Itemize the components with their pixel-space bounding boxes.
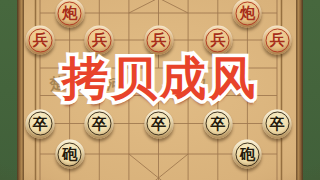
river-label-he: 河 — [106, 75, 123, 95]
piece-character: 卒 — [33, 116, 48, 131]
piece-character: 炮 — [62, 6, 77, 21]
piece-red-soldier[interactable]: 兵 — [26, 26, 55, 55]
piece-character: 砲 — [62, 147, 77, 162]
board-wood-edge-right — [296, 0, 303, 180]
xiangqi-board[interactable]: 楚 河 汉 界 炮炮兵兵兵兵兵卒卒卒卒卒砲砲 — [24, 0, 296, 180]
piece-black-soldier[interactable]: 卒 — [26, 109, 55, 138]
piece-black-soldier[interactable]: 卒 — [144, 109, 173, 138]
piece-character: 炮 — [240, 6, 255, 21]
piece-character: 兵 — [270, 33, 285, 48]
river-label-jie: 界 — [237, 77, 254, 97]
piece-black-soldier[interactable]: 卒 — [85, 109, 114, 138]
river-label-han: 汉 — [192, 76, 209, 96]
piece-character: 兵 — [210, 33, 225, 48]
piece-character: 砲 — [240, 147, 255, 162]
piece-character: 兵 — [92, 33, 107, 48]
piece-character: 卒 — [92, 116, 107, 131]
piece-black-cannon[interactable]: 砲 — [233, 140, 262, 169]
piece-red-soldier[interactable]: 兵 — [85, 26, 114, 55]
river-label-chu: 楚 — [49, 74, 66, 94]
piece-character: 兵 — [33, 33, 48, 48]
piece-character: 卒 — [210, 116, 225, 131]
piece-character: 卒 — [151, 116, 166, 131]
piece-black-soldier[interactable]: 卒 — [203, 109, 232, 138]
board-wood-edge-left — [17, 0, 24, 180]
piece-character: 卒 — [270, 116, 285, 131]
video-frame: 楚 河 汉 界 炮炮兵兵兵兵兵卒卒卒卒卒砲砲 拷贝成风 拷贝成风 — [0, 0, 320, 180]
piece-red-soldier[interactable]: 兵 — [144, 26, 173, 55]
piece-character: 兵 — [151, 33, 166, 48]
piece-black-soldier[interactable]: 卒 — [263, 109, 292, 138]
piece-red-soldier[interactable]: 兵 — [263, 26, 292, 55]
piece-red-soldier[interactable]: 兵 — [203, 26, 232, 55]
piece-black-cannon[interactable]: 砲 — [55, 140, 84, 169]
